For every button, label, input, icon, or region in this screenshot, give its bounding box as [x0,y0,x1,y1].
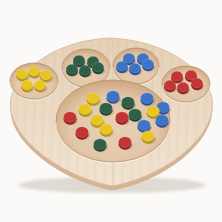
disc-top [100,103,113,114]
centre-well[interactable] [56,80,171,163]
disc-top [91,115,104,126]
yellow-well[interactable] [10,63,58,100]
disc-top [116,61,128,71]
disc-top [87,93,100,104]
photo-background [0,0,222,222]
disc-top [66,64,78,74]
disc-top [28,66,40,76]
disc-top [122,97,135,108]
disc-top [107,91,120,102]
disc-top [21,80,33,90]
disc-top [147,106,160,117]
disc-top [171,71,183,81]
disc-top [94,139,107,150]
disc-top [79,104,92,115]
disc-top [73,55,85,65]
disc-top [16,69,28,79]
disc-top [191,78,203,88]
disc-top [119,137,132,148]
disc-top [116,112,129,123]
blue-well[interactable] [113,48,159,85]
disc-top [142,131,155,142]
disc-top [64,112,77,123]
disc-top [76,127,89,138]
disc-top [138,120,151,131]
red-well[interactable] [162,66,210,103]
disc-top [129,63,141,73]
disc-top [92,62,104,72]
disc-top [141,93,154,104]
disc-top [34,80,46,90]
disc-top [156,115,169,126]
disc-top [100,124,113,135]
disc-top [40,70,52,80]
disc-top [164,80,176,90]
disc-top [79,65,91,75]
disc-top [142,59,154,69]
disc-top [129,109,142,120]
disc-top [177,82,189,92]
sorting-tray-board [0,0,222,222]
